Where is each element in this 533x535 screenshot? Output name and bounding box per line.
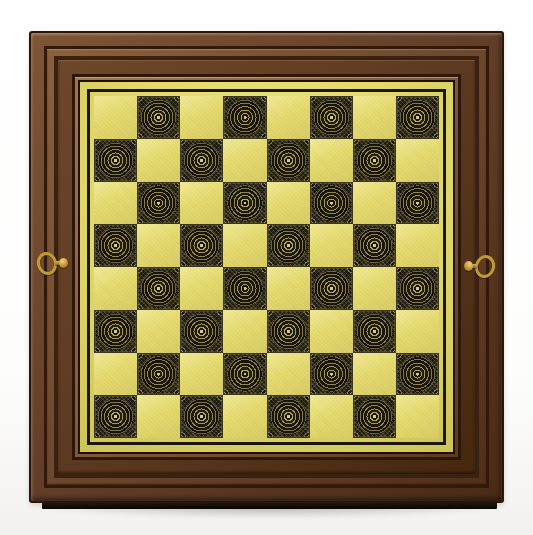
square-h1[interactable] [396, 395, 439, 438]
square-e1[interactable] [267, 395, 310, 438]
square-a6[interactable] [94, 182, 137, 225]
left-ring-handle[interactable] [36, 249, 70, 277]
brass-board-surface [80, 82, 453, 452]
square-f2[interactable] [310, 353, 353, 396]
square-h8[interactable] [396, 96, 439, 139]
square-b5[interactable] [137, 224, 180, 267]
square-c2[interactable] [180, 353, 223, 396]
square-b7[interactable] [137, 139, 180, 182]
square-f1[interactable] [310, 395, 353, 438]
square-d6[interactable] [223, 182, 266, 225]
square-c4[interactable] [180, 267, 223, 310]
handle-pommel [59, 258, 68, 268]
square-e6[interactable] [267, 182, 310, 225]
square-e7[interactable] [267, 139, 310, 182]
square-d4[interactable] [223, 267, 266, 310]
frame-frieze [58, 60, 475, 474]
square-b3[interactable] [137, 310, 180, 353]
square-f4[interactable] [310, 267, 353, 310]
square-h2[interactable] [396, 353, 439, 396]
square-b6[interactable] [137, 182, 180, 225]
square-f5[interactable] [310, 224, 353, 267]
square-d8[interactable] [223, 96, 266, 139]
square-a7[interactable] [94, 139, 137, 182]
square-c1[interactable] [180, 395, 223, 438]
square-e5[interactable] [267, 224, 310, 267]
square-a3[interactable] [94, 310, 137, 353]
framed-chessboard [29, 31, 504, 503]
square-h7[interactable] [396, 139, 439, 182]
square-c3[interactable] [180, 310, 223, 353]
square-g5[interactable] [353, 224, 396, 267]
square-g2[interactable] [353, 353, 396, 396]
square-e4[interactable] [267, 267, 310, 310]
square-d5[interactable] [223, 224, 266, 267]
square-h4[interactable] [396, 267, 439, 310]
square-f7[interactable] [310, 139, 353, 182]
square-b2[interactable] [137, 353, 180, 396]
right-ring-handle[interactable] [462, 252, 496, 280]
product-photo-scene [0, 0, 533, 535]
square-g4[interactable] [353, 267, 396, 310]
square-d1[interactable] [223, 395, 266, 438]
square-g8[interactable] [353, 96, 396, 139]
square-h6[interactable] [396, 182, 439, 225]
frame-seam [78, 80, 455, 454]
frame-bead-molding [47, 49, 486, 485]
square-e8[interactable] [267, 96, 310, 139]
square-h5[interactable] [396, 224, 439, 267]
square-g7[interactable] [353, 139, 396, 182]
frame-outer-molding [31, 33, 502, 501]
square-c5[interactable] [180, 224, 223, 267]
square-f6[interactable] [310, 182, 353, 225]
square-g1[interactable] [353, 395, 396, 438]
frame-outer-edge [29, 31, 504, 503]
square-b4[interactable] [137, 267, 180, 310]
square-f3[interactable] [310, 310, 353, 353]
chessboard-grid [94, 96, 439, 438]
square-b1[interactable] [137, 395, 180, 438]
square-e3[interactable] [267, 310, 310, 353]
square-b8[interactable] [137, 96, 180, 139]
square-a8[interactable] [94, 96, 137, 139]
square-d7[interactable] [223, 139, 266, 182]
square-g6[interactable] [353, 182, 396, 225]
frame-groove [44, 46, 489, 488]
square-c8[interactable] [180, 96, 223, 139]
square-a1[interactable] [94, 395, 137, 438]
square-e2[interactable] [267, 353, 310, 396]
frame-inner-lip [75, 77, 458, 457]
square-g3[interactable] [353, 310, 396, 353]
square-a5[interactable] [94, 224, 137, 267]
handle-pommel [464, 261, 473, 271]
square-c7[interactable] [180, 139, 223, 182]
square-a2[interactable] [94, 353, 137, 396]
square-h3[interactable] [396, 310, 439, 353]
drop-shadow [31, 506, 506, 518]
square-a4[interactable] [94, 267, 137, 310]
frame-inner-groove [72, 74, 461, 460]
frame-cove [54, 56, 479, 478]
square-f8[interactable] [310, 96, 353, 139]
square-d2[interactable] [223, 353, 266, 396]
square-d3[interactable] [223, 310, 266, 353]
square-c6[interactable] [180, 182, 223, 225]
